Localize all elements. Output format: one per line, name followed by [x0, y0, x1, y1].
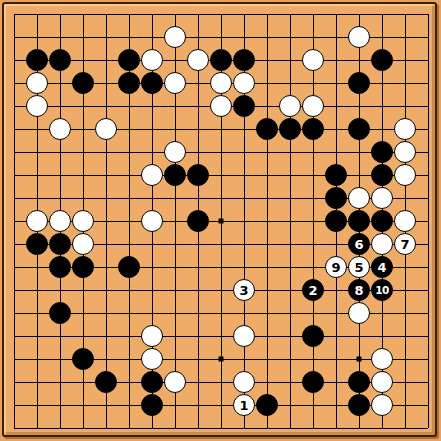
black-stone — [302, 118, 324, 140]
stone-layer: 67954328101 — [3, 3, 440, 440]
black-stone — [187, 210, 209, 232]
move-number: 9 — [331, 261, 340, 274]
black-stone — [256, 118, 278, 140]
black-stone-move-10: 10 — [371, 279, 393, 301]
white-stone — [141, 210, 163, 232]
black-stone — [371, 49, 393, 71]
white-stone — [72, 233, 94, 255]
white-stone — [164, 72, 186, 94]
black-stone-move-2: 2 — [302, 279, 324, 301]
white-stone — [187, 49, 209, 71]
white-stone — [348, 302, 370, 324]
black-stone — [348, 118, 370, 140]
white-stone — [233, 371, 255, 393]
black-stone — [325, 210, 347, 232]
white-stone — [394, 164, 416, 186]
white-stone — [141, 164, 163, 186]
move-number: 1 — [239, 399, 248, 412]
white-stone — [371, 233, 393, 255]
white-stone-move-9: 9 — [325, 256, 347, 278]
black-stone — [348, 371, 370, 393]
move-number: 8 — [354, 284, 363, 297]
black-stone — [72, 256, 94, 278]
white-stone — [164, 371, 186, 393]
white-stone — [394, 210, 416, 232]
black-stone — [164, 164, 186, 186]
white-stone — [371, 187, 393, 209]
move-number: 2 — [308, 284, 317, 297]
white-stone — [302, 95, 324, 117]
white-stone — [371, 371, 393, 393]
move-number: 10 — [375, 285, 389, 296]
black-stone — [141, 394, 163, 416]
black-stone-move-6: 6 — [348, 233, 370, 255]
black-stone — [233, 95, 255, 117]
black-stone — [325, 164, 347, 186]
black-stone — [118, 256, 140, 278]
black-stone — [72, 72, 94, 94]
go-board: 67954328101 — [0, 0, 441, 441]
white-stone — [141, 325, 163, 347]
white-stone — [371, 394, 393, 416]
white-stone — [141, 49, 163, 71]
black-stone — [49, 233, 71, 255]
white-stone — [49, 118, 71, 140]
black-stone — [210, 49, 232, 71]
move-number: 3 — [239, 284, 248, 297]
move-number: 4 — [377, 261, 386, 274]
white-stone-move-3: 3 — [233, 279, 255, 301]
white-stone-move-5: 5 — [348, 256, 370, 278]
white-stone — [26, 72, 48, 94]
white-stone — [95, 118, 117, 140]
white-stone — [164, 141, 186, 163]
black-stone — [348, 72, 370, 94]
white-stone — [302, 49, 324, 71]
black-stone — [118, 49, 140, 71]
black-stone — [279, 118, 301, 140]
white-stone — [210, 95, 232, 117]
white-stone — [210, 72, 232, 94]
black-stone — [302, 325, 324, 347]
white-stone — [72, 210, 94, 232]
white-stone — [394, 118, 416, 140]
move-number: 7 — [400, 238, 409, 251]
black-stone — [302, 371, 324, 393]
white-stone — [279, 95, 301, 117]
black-stone — [26, 233, 48, 255]
black-stone — [348, 210, 370, 232]
white-stone — [394, 141, 416, 163]
black-stone — [141, 72, 163, 94]
white-stone — [233, 325, 255, 347]
black-stone — [49, 256, 71, 278]
white-stone — [348, 26, 370, 48]
black-stone — [371, 164, 393, 186]
move-number: 6 — [354, 238, 363, 251]
white-stone — [26, 210, 48, 232]
white-stone — [371, 348, 393, 370]
black-stone — [141, 371, 163, 393]
black-stone — [187, 164, 209, 186]
white-stone-move-7: 7 — [394, 233, 416, 255]
black-stone — [95, 371, 117, 393]
black-stone — [49, 49, 71, 71]
black-stone — [325, 187, 347, 209]
black-stone — [371, 141, 393, 163]
white-stone — [141, 348, 163, 370]
white-stone — [348, 187, 370, 209]
white-stone — [26, 95, 48, 117]
move-number: 5 — [354, 261, 363, 274]
white-stone — [164, 26, 186, 48]
white-stone — [233, 72, 255, 94]
black-stone-move-8: 8 — [348, 279, 370, 301]
white-stone — [49, 210, 71, 232]
black-stone — [72, 348, 94, 370]
black-stone — [233, 49, 255, 71]
white-stone-move-1: 1 — [233, 394, 255, 416]
black-stone — [49, 302, 71, 324]
black-stone — [118, 72, 140, 94]
black-stone — [256, 394, 278, 416]
black-stone-move-4: 4 — [371, 256, 393, 278]
black-stone — [348, 394, 370, 416]
black-stone — [26, 49, 48, 71]
black-stone — [371, 210, 393, 232]
